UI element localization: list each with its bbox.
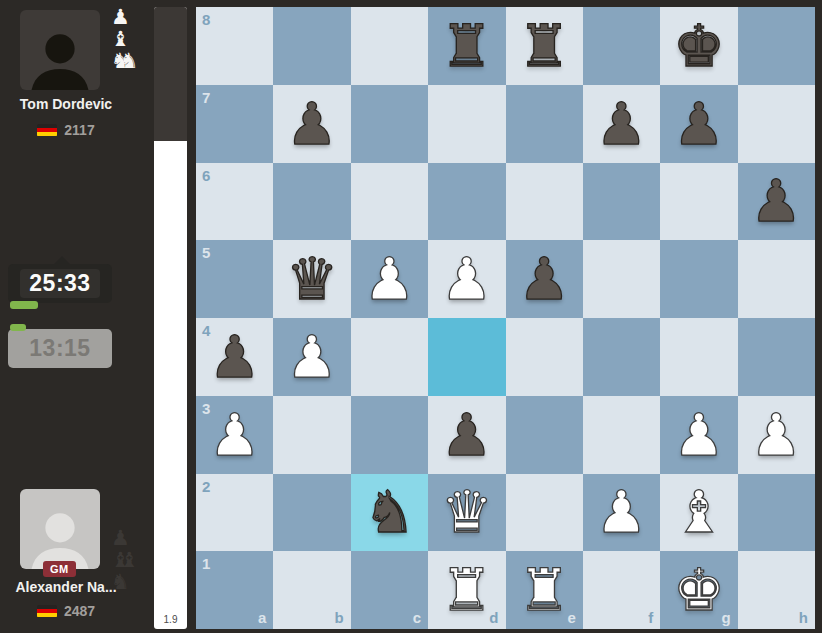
gm-title-badge: GM bbox=[43, 561, 76, 577]
square-h8[interactable] bbox=[738, 7, 815, 85]
captured-black-pawn-icon: ♟ bbox=[111, 527, 130, 549]
square-c2[interactable]: ♞ bbox=[351, 474, 428, 552]
square-c7[interactable] bbox=[351, 85, 428, 163]
square-f4[interactable] bbox=[583, 318, 660, 396]
rank-label-1: 1 bbox=[202, 556, 210, 571]
white-pawn[interactable]: ♟ bbox=[363, 250, 415, 308]
square-a3[interactable]: 3♟ bbox=[196, 396, 273, 474]
black-pawn[interactable]: ♟ bbox=[518, 250, 570, 308]
square-h4[interactable] bbox=[738, 318, 815, 396]
square-g8[interactable]: ♚ bbox=[660, 7, 737, 85]
captured-white-pawn-icon: ♟ bbox=[111, 6, 130, 28]
captured-by-top-tray: ♟♝♞♞ bbox=[111, 6, 139, 72]
square-d2[interactable]: ♛ bbox=[428, 474, 505, 552]
square-e2[interactable] bbox=[506, 474, 583, 552]
square-e6[interactable] bbox=[506, 163, 583, 241]
file-label-e: e bbox=[568, 610, 576, 625]
white-rook[interactable]: ♜ bbox=[518, 561, 570, 619]
square-h5[interactable] bbox=[738, 240, 815, 318]
square-b3[interactable] bbox=[273, 396, 350, 474]
square-a8[interactable]: 8 bbox=[196, 7, 273, 85]
file-label-b: b bbox=[335, 610, 344, 625]
file-label-h: h bbox=[799, 610, 808, 625]
square-c1[interactable]: c bbox=[351, 551, 428, 629]
square-e1[interactable]: e♜ bbox=[506, 551, 583, 629]
square-f2[interactable]: ♟ bbox=[583, 474, 660, 552]
square-f5[interactable] bbox=[583, 240, 660, 318]
bottom-player-rating: 2487 bbox=[64, 603, 95, 619]
white-pawn[interactable]: ♟ bbox=[596, 483, 648, 541]
square-c6[interactable] bbox=[351, 163, 428, 241]
square-d6[interactable] bbox=[428, 163, 505, 241]
square-g1[interactable]: g♚ bbox=[660, 551, 737, 629]
square-d3[interactable]: ♟ bbox=[428, 396, 505, 474]
square-e3[interactable] bbox=[506, 396, 583, 474]
white-pawn[interactable]: ♟ bbox=[673, 406, 725, 464]
square-e4[interactable] bbox=[506, 318, 583, 396]
rank-label-8: 8 bbox=[202, 12, 210, 27]
black-queen[interactable]: ♛ bbox=[286, 250, 338, 308]
square-h2[interactable] bbox=[738, 474, 815, 552]
square-a1[interactable]: 1a bbox=[196, 551, 273, 629]
top-player-clock: 25:33 bbox=[8, 264, 112, 303]
square-b2[interactable] bbox=[273, 474, 350, 552]
chess-board[interactable]: 8♜♜♚7♟♟♟6♟5♛♟♟♟4♟♟3♟♟♟♟2♞♛♟♝1abcd♜e♜fg♚h bbox=[196, 7, 815, 629]
white-pawn[interactable]: ♟ bbox=[286, 328, 338, 386]
file-label-a: a bbox=[258, 610, 266, 625]
square-b7[interactable]: ♟ bbox=[273, 85, 350, 163]
black-pawn[interactable]: ♟ bbox=[750, 172, 802, 230]
square-g7[interactable]: ♟ bbox=[660, 85, 737, 163]
square-b1[interactable]: b bbox=[273, 551, 350, 629]
file-label-d: d bbox=[489, 610, 498, 625]
square-a7[interactable]: 7 bbox=[196, 85, 273, 163]
white-pawn[interactable]: ♟ bbox=[750, 406, 802, 464]
square-f7[interactable]: ♟ bbox=[583, 85, 660, 163]
bottom-player-clock: 13:15 bbox=[8, 329, 112, 368]
square-h1[interactable]: h bbox=[738, 551, 815, 629]
rank-label-2: 2 bbox=[202, 479, 210, 494]
file-label-g: g bbox=[721, 610, 730, 625]
square-c3[interactable] bbox=[351, 396, 428, 474]
file-label-c: c bbox=[413, 610, 421, 625]
bottom-clock-progress-bar bbox=[10, 324, 26, 331]
white-bishop[interactable]: ♝ bbox=[673, 483, 725, 541]
black-rook[interactable]: ♜ bbox=[441, 17, 493, 75]
square-h7[interactable] bbox=[738, 85, 815, 163]
square-e8[interactable]: ♜ bbox=[506, 7, 583, 85]
evaluation-bar-black-part bbox=[154, 7, 187, 141]
square-g3[interactable]: ♟ bbox=[660, 396, 737, 474]
square-c4[interactable] bbox=[351, 318, 428, 396]
black-pawn[interactable]: ♟ bbox=[286, 95, 338, 153]
square-f1[interactable]: f bbox=[583, 551, 660, 629]
white-pawn[interactable]: ♟ bbox=[441, 250, 493, 308]
square-e7[interactable] bbox=[506, 85, 583, 163]
top-player-rating: 2117 bbox=[64, 122, 94, 138]
rank-label-3: 3 bbox=[202, 401, 210, 416]
bottom-clock-time: 13:15 bbox=[29, 335, 90, 362]
black-pawn[interactable]: ♟ bbox=[673, 95, 725, 153]
black-pawn[interactable]: ♟ bbox=[209, 328, 261, 386]
bottom-player-avatar[interactable] bbox=[20, 489, 100, 569]
square-e5[interactable]: ♟ bbox=[506, 240, 583, 318]
black-king[interactable]: ♚ bbox=[673, 17, 725, 75]
captured-white-knight-icon: ♞ bbox=[120, 50, 139, 72]
square-c5[interactable]: ♟ bbox=[351, 240, 428, 318]
captured-white-bishop-icon: ♝ bbox=[111, 28, 130, 50]
bottom-player-name[interactable]: Alexander Na... bbox=[0, 579, 132, 595]
square-d1[interactable]: d♜ bbox=[428, 551, 505, 629]
square-c8[interactable] bbox=[351, 7, 428, 85]
square-a6[interactable]: 6 bbox=[196, 163, 273, 241]
square-g2[interactable]: ♝ bbox=[660, 474, 737, 552]
square-a4[interactable]: 4♟ bbox=[196, 318, 273, 396]
top-player-name[interactable]: Tom Dordevic bbox=[0, 96, 132, 112]
evaluation-bar: 1.9 bbox=[154, 7, 187, 629]
top-clock-time: 25:33 bbox=[20, 269, 99, 298]
black-rook[interactable]: ♜ bbox=[518, 17, 570, 75]
square-f6[interactable] bbox=[583, 163, 660, 241]
person-icon bbox=[24, 24, 96, 90]
evaluation-value: 1.9 bbox=[154, 614, 187, 625]
captured-black-bishop-icon: ♝ bbox=[120, 549, 139, 571]
germany-flag-icon bbox=[37, 124, 57, 137]
square-g4[interactable] bbox=[660, 318, 737, 396]
white-king[interactable]: ♚ bbox=[673, 561, 725, 619]
square-d8[interactable]: ♜ bbox=[428, 7, 505, 85]
square-a2[interactable]: 2 bbox=[196, 474, 273, 552]
square-h6[interactable]: ♟ bbox=[738, 163, 815, 241]
black-knight[interactable]: ♞ bbox=[363, 483, 415, 541]
black-pawn[interactable]: ♟ bbox=[596, 95, 648, 153]
white-pawn[interactable]: ♟ bbox=[209, 406, 261, 464]
square-b5[interactable]: ♛ bbox=[273, 240, 350, 318]
square-b4[interactable]: ♟ bbox=[273, 318, 350, 396]
germany-flag-icon bbox=[37, 605, 57, 618]
square-b6[interactable] bbox=[273, 163, 350, 241]
white-rook[interactable]: ♜ bbox=[441, 561, 493, 619]
rank-label-5: 5 bbox=[202, 245, 210, 260]
square-g6[interactable] bbox=[660, 163, 737, 241]
rank-label-7: 7 bbox=[202, 90, 210, 105]
top-clock-progress-bar bbox=[10, 301, 38, 309]
top-player-avatar[interactable] bbox=[20, 10, 100, 90]
square-f8[interactable] bbox=[583, 7, 660, 85]
person-icon bbox=[24, 503, 96, 569]
white-queen[interactable]: ♛ bbox=[441, 483, 493, 541]
rank-label-6: 6 bbox=[202, 168, 210, 183]
square-g5[interactable] bbox=[660, 240, 737, 318]
square-b8[interactable] bbox=[273, 7, 350, 85]
square-f3[interactable] bbox=[583, 396, 660, 474]
black-pawn[interactable]: ♟ bbox=[441, 406, 493, 464]
file-label-f: f bbox=[648, 610, 653, 625]
square-d5[interactable]: ♟ bbox=[428, 240, 505, 318]
square-h3[interactable]: ♟ bbox=[738, 396, 815, 474]
square-d4[interactable] bbox=[428, 318, 505, 396]
square-a5[interactable]: 5 bbox=[196, 240, 273, 318]
rank-label-4: 4 bbox=[202, 323, 210, 338]
square-d7[interactable] bbox=[428, 85, 505, 163]
